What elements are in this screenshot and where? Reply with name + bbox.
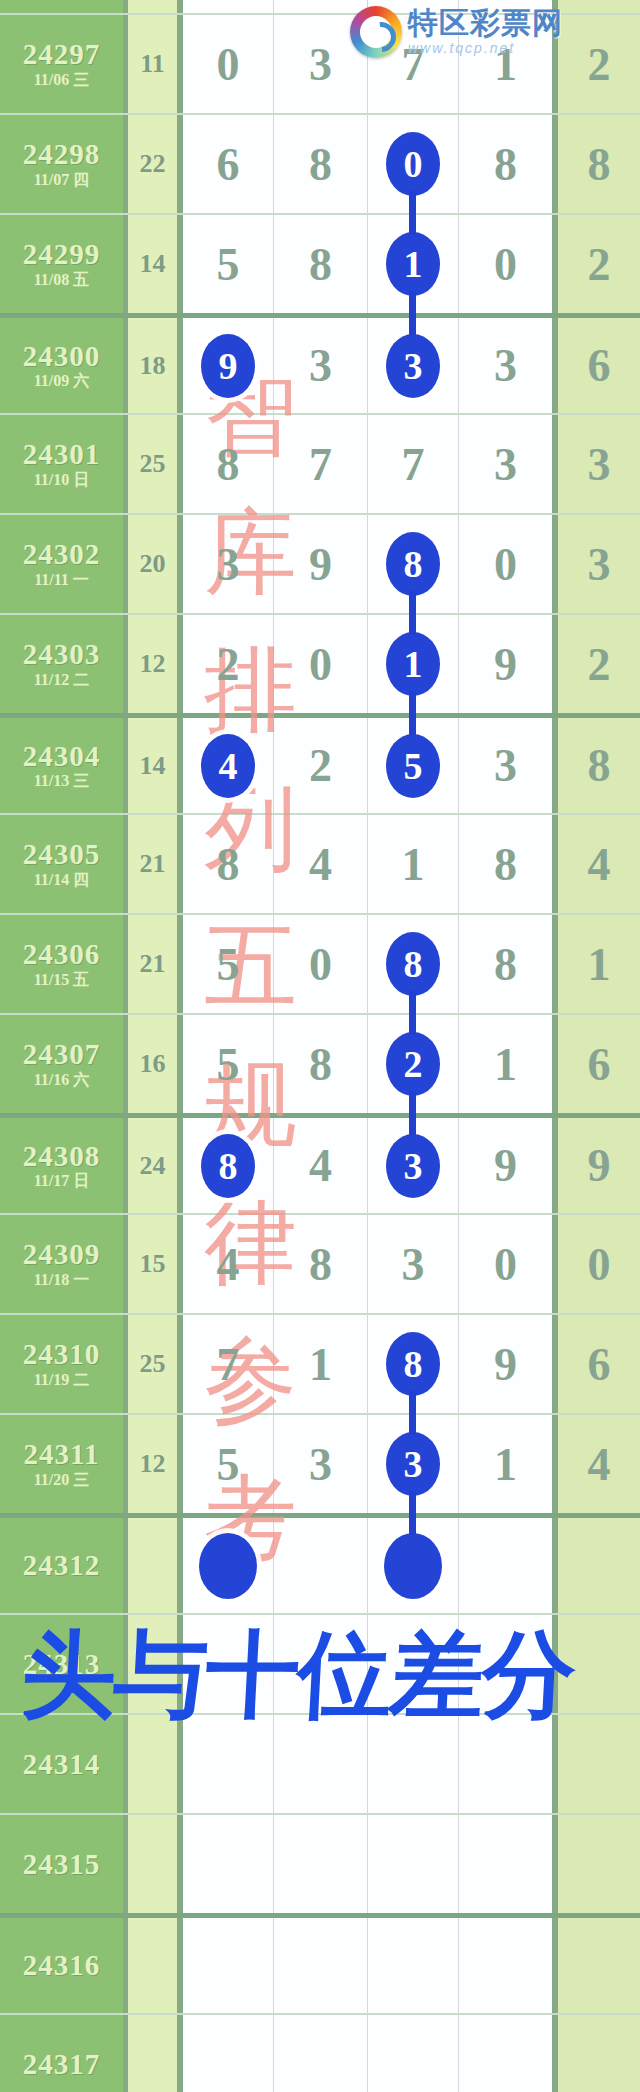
issue-number: 24303 xyxy=(23,639,101,669)
digit: 9 xyxy=(494,1338,517,1391)
digit-cell: 7 xyxy=(183,1315,273,1413)
digit-cell: 3 xyxy=(558,415,640,513)
circled-digit: 3 xyxy=(386,1134,440,1198)
digit: 7 xyxy=(309,438,332,491)
issue-cell: 2430011/09 六 xyxy=(0,318,123,413)
digit-cell: 6 xyxy=(558,1315,640,1413)
digit-cell xyxy=(558,2015,640,2092)
digit: 0 xyxy=(494,238,517,291)
digit-cell: 8 xyxy=(273,1215,367,1313)
digit-cell: 0 xyxy=(458,215,552,313)
issue-number: 24298 xyxy=(23,139,101,169)
digit: 4 xyxy=(309,1139,332,1192)
sum-cell xyxy=(128,2015,177,2092)
circled-digit: 0 xyxy=(386,132,440,196)
issue-cell: 2429811/07 四 xyxy=(0,115,123,213)
sum-cell: 21 xyxy=(128,815,177,913)
sum-cell: 20 xyxy=(128,515,177,613)
digit: 6 xyxy=(588,339,611,392)
digit: 0 xyxy=(309,638,332,691)
table-row: 2430511/14 四2184184 xyxy=(0,813,640,913)
digit: 9 xyxy=(309,538,332,591)
issue-cell: 2431111/20 三 xyxy=(0,1415,123,1513)
digit-cell xyxy=(273,1518,367,1613)
marker-dot xyxy=(199,1533,257,1599)
lottery-trend-chart: 2429711/06 三11037122429811/07 四226808824… xyxy=(0,0,640,2092)
table-row: 2430411/13 三1442538 xyxy=(0,713,640,813)
draw-date: 11/15 五 xyxy=(34,972,90,989)
table-row: 2431111/20 三1253314 xyxy=(0,1413,640,1513)
digit: 1 xyxy=(309,1338,332,1391)
digit-cell: 0 xyxy=(458,515,552,613)
digit: 8 xyxy=(494,138,517,191)
digit-cell: 9 xyxy=(183,318,273,413)
digit-cell: 5 xyxy=(183,915,273,1013)
digit-cell: 8 xyxy=(558,115,640,213)
sum-cell xyxy=(128,1815,177,1913)
digit-cell: 3 xyxy=(273,1415,367,1513)
headline: 头与十位差分 xyxy=(19,1612,578,1739)
draw-date: 11/06 三 xyxy=(34,72,90,89)
digit-cell: 2 xyxy=(183,615,273,713)
chart-table: 2429711/06 三11037122429811/07 四226808824… xyxy=(0,0,640,2092)
issue-cell: 2429911/08 五 xyxy=(0,215,123,313)
digit: 8 xyxy=(309,138,332,191)
table-row: 24316 xyxy=(0,1913,640,2013)
digit: 5 xyxy=(217,938,240,991)
table-row: 2430611/15 五2150881 xyxy=(0,913,640,1013)
table-row: 2430311/12 二1220192 xyxy=(0,613,640,713)
digit-cell: 1 xyxy=(367,815,458,913)
digit-cell xyxy=(558,0,640,13)
digit-cell xyxy=(183,2015,273,2092)
table-row: 2430111/10 日2587733 xyxy=(0,413,640,513)
circled-digit: 5 xyxy=(386,734,440,798)
issue-number: 24301 xyxy=(23,439,101,469)
draw-date: 11/07 四 xyxy=(34,172,90,189)
digit: 9 xyxy=(494,638,517,691)
connector-line xyxy=(409,1491,416,1535)
logo-url: www.tqcp.net xyxy=(408,40,563,56)
issue-cell xyxy=(0,0,123,13)
issue-cell: 2430311/12 二 xyxy=(0,615,123,713)
digit-cell xyxy=(558,1815,640,1913)
digit: 0 xyxy=(588,1238,611,1291)
issue-number: 24311 xyxy=(24,1439,100,1469)
digit-cell xyxy=(273,1815,367,1913)
digit-cell: 0 xyxy=(273,615,367,713)
issue-number: 24304 xyxy=(23,741,101,771)
digit-cell xyxy=(458,1815,552,1913)
digit: 6 xyxy=(588,1338,611,1391)
sum-cell xyxy=(128,1518,177,1613)
digit-cell: 4 xyxy=(273,815,367,913)
circled-digit: 8 xyxy=(201,1134,255,1198)
connector-line xyxy=(409,591,416,635)
table-row: 2429811/07 四2268088 xyxy=(0,113,640,213)
digit-cell: 3 xyxy=(367,1215,458,1313)
digit: 0 xyxy=(494,538,517,591)
issue-number: 24309 xyxy=(23,1239,101,1269)
digit-cell: 9 xyxy=(558,1118,640,1213)
digit: 4 xyxy=(309,838,332,891)
logo-swirl-icon xyxy=(350,6,402,58)
digit-cell: 2 xyxy=(558,15,640,113)
issue-cell: 2430811/17 日 xyxy=(0,1118,123,1213)
digit-cell: 5 xyxy=(183,215,273,313)
digit-cell: 9 xyxy=(273,515,367,613)
digit: 1 xyxy=(588,938,611,991)
digit: 8 xyxy=(494,938,517,991)
issue-number: 24312 xyxy=(23,1550,101,1580)
digit: 2 xyxy=(588,38,611,91)
issue-number: 24307 xyxy=(23,1039,101,1069)
digit-cell: 8 xyxy=(458,115,552,213)
circled-digit: 2 xyxy=(386,1032,440,1096)
sum-cell xyxy=(128,1918,177,2013)
sum-cell: 22 xyxy=(128,115,177,213)
site-logo: 特区彩票网 www.tqcp.net xyxy=(350,6,563,58)
issue-cell: 24316 xyxy=(0,1918,123,2013)
issue-number: 24302 xyxy=(23,539,101,569)
sum-cell: 12 xyxy=(128,615,177,713)
sum-cell: 25 xyxy=(128,1315,177,1413)
digit-cell: 6 xyxy=(183,115,273,213)
connector-line xyxy=(409,1091,416,1135)
draw-date: 11/12 二 xyxy=(34,672,90,689)
digit-cell xyxy=(273,1918,367,2013)
table-row: 2430211/11 一2039803 xyxy=(0,513,640,613)
digit: 4 xyxy=(217,1238,240,1291)
logo-text-block: 特区彩票网 www.tqcp.net xyxy=(408,6,563,56)
issue-number: 24297 xyxy=(23,39,101,69)
digit: 8 xyxy=(309,1038,332,1091)
draw-date: 11/13 三 xyxy=(34,773,90,790)
sum-cell: 12 xyxy=(128,1415,177,1513)
circled-digit: 1 xyxy=(386,632,440,696)
digit-cell: 6 xyxy=(558,1015,640,1113)
issue-number: 24314 xyxy=(23,1749,101,1779)
digit: 7 xyxy=(217,1338,240,1391)
digit-cell: 3 xyxy=(458,415,552,513)
issue-cell: 2431011/19 二 xyxy=(0,1315,123,1413)
digit: 2 xyxy=(588,638,611,691)
connector-line xyxy=(409,291,416,335)
issue-cell: 2430411/13 三 xyxy=(0,718,123,813)
digit: 3 xyxy=(494,339,517,392)
connector-line xyxy=(409,191,416,235)
logo-title: 特区彩票网 xyxy=(408,6,563,39)
table-row: 24312 xyxy=(0,1513,640,1613)
digit-cell: 3 xyxy=(558,515,640,613)
digit-cell: 1 xyxy=(558,915,640,1013)
digit: 6 xyxy=(588,1038,611,1091)
digit: 8 xyxy=(588,138,611,191)
table-row: 24317 xyxy=(0,2013,640,2092)
table-row: 2430811/17 日2484399 xyxy=(0,1113,640,1213)
digit-cell xyxy=(458,2015,552,2092)
digit: 0 xyxy=(494,1238,517,1291)
sum-cell: 14 xyxy=(128,718,177,813)
digit: 8 xyxy=(309,238,332,291)
issue-number: 24317 xyxy=(23,2049,101,2079)
digit: 1 xyxy=(494,1438,517,1491)
digit: 3 xyxy=(309,1438,332,1491)
digit: 8 xyxy=(217,838,240,891)
connector-line xyxy=(409,991,416,1035)
draw-date: 11/18 一 xyxy=(34,1272,90,1289)
digit-cell: 8 xyxy=(183,1118,273,1213)
circled-digit: 8 xyxy=(386,932,440,996)
sum-cell: 18 xyxy=(128,318,177,413)
draw-date: 11/16 六 xyxy=(34,1072,90,1089)
circled-digit: 8 xyxy=(386,532,440,596)
digit-cell: 3 xyxy=(458,318,552,413)
issue-cell: 2430611/15 五 xyxy=(0,915,123,1013)
marker-dot xyxy=(384,1533,442,1599)
issue-number: 24299 xyxy=(23,239,101,269)
digit: 3 xyxy=(217,538,240,591)
digit-cell xyxy=(183,0,273,13)
draw-date: 11/08 五 xyxy=(34,272,90,289)
digit: 8 xyxy=(309,1238,332,1291)
digit-cell: 8 xyxy=(273,215,367,313)
circled-digit: 4 xyxy=(201,734,255,798)
sum-cell: 11 xyxy=(128,15,177,113)
digit: 9 xyxy=(588,1139,611,1192)
digit-cell: 7 xyxy=(273,415,367,513)
digit: 7 xyxy=(402,438,425,491)
issue-cell: 2430111/10 日 xyxy=(0,415,123,513)
digit-cell xyxy=(183,1518,273,1613)
digit-cell: 8 xyxy=(273,1015,367,1113)
digit-cell xyxy=(558,1518,640,1613)
issue-number: 24310 xyxy=(23,1339,101,1369)
table-row: 2429911/08 五1458102 xyxy=(0,213,640,313)
sum-cell: 16 xyxy=(128,1015,177,1113)
connector-line xyxy=(409,1391,416,1435)
digit-cell: 4 xyxy=(183,718,273,813)
digit-cell: 2 xyxy=(273,718,367,813)
digit-cell: 2 xyxy=(558,215,640,313)
issue-cell: 2430211/11 一 xyxy=(0,515,123,613)
digit: 3 xyxy=(588,438,611,491)
digit-cell: 0 xyxy=(183,15,273,113)
digit: 3 xyxy=(494,438,517,491)
digit-cell: 8 xyxy=(183,415,273,513)
digit-cell: 8 xyxy=(273,115,367,213)
table-row: 2430911/18 一1548300 xyxy=(0,1213,640,1313)
digit: 3 xyxy=(402,1238,425,1291)
digit: 2 xyxy=(309,739,332,792)
digit: 0 xyxy=(309,938,332,991)
digit-cell: 8 xyxy=(458,915,552,1013)
digit: 3 xyxy=(309,38,332,91)
digit-cell: 3 xyxy=(273,318,367,413)
issue-cell: 2430511/14 四 xyxy=(0,815,123,913)
issue-cell: 2429711/06 三 xyxy=(0,15,123,113)
table-row: 2430011/09 六1893336 xyxy=(0,313,640,413)
digit: 8 xyxy=(494,838,517,891)
digit: 4 xyxy=(588,838,611,891)
issue-number: 24315 xyxy=(23,1849,101,1879)
digit-cell xyxy=(367,1815,458,1913)
issue-cell: 24315 xyxy=(0,1815,123,1913)
digit-cell: 4 xyxy=(558,815,640,913)
digit-cell xyxy=(183,1815,273,1913)
digit-cell: 3 xyxy=(183,515,273,613)
digit: 8 xyxy=(217,438,240,491)
issue-number: 24316 xyxy=(23,1950,101,1980)
digit-cell xyxy=(458,1518,552,1613)
table-row: 24315 xyxy=(0,1813,640,1913)
issue-cell: 24312 xyxy=(0,1518,123,1613)
table-row: 2431011/19 二2571896 xyxy=(0,1313,640,1413)
circled-digit: 1 xyxy=(386,232,440,296)
digit-cell: 7 xyxy=(367,415,458,513)
connector-line xyxy=(409,691,416,735)
digit: 3 xyxy=(588,538,611,591)
digit-cell: 3 xyxy=(458,718,552,813)
issue-cell: 2430711/16 六 xyxy=(0,1015,123,1113)
digit: 0 xyxy=(217,38,240,91)
digit: 5 xyxy=(217,1438,240,1491)
draw-date: 11/09 六 xyxy=(34,373,90,390)
circled-digit: 8 xyxy=(386,1332,440,1396)
issue-number: 24308 xyxy=(23,1141,101,1171)
digit-cell xyxy=(367,1918,458,2013)
issue-number: 24300 xyxy=(23,341,101,371)
sum-cell: 24 xyxy=(128,1118,177,1213)
sum-cell: 15 xyxy=(128,1215,177,1313)
issue-cell: 2430911/18 一 xyxy=(0,1215,123,1313)
digit-cell: 0 xyxy=(458,1215,552,1313)
digit: 5 xyxy=(217,1038,240,1091)
issue-number: 24305 xyxy=(23,839,101,869)
digit: 5 xyxy=(217,238,240,291)
digit-cell: 0 xyxy=(273,915,367,1013)
sum-cell: 14 xyxy=(128,215,177,313)
sum-cell xyxy=(128,0,177,13)
digit: 9 xyxy=(494,1139,517,1192)
digit: 1 xyxy=(402,838,425,891)
digit-cell: 8 xyxy=(558,718,640,813)
circled-digit: 3 xyxy=(386,1432,440,1496)
issue-cell: 24317 xyxy=(0,2015,123,2092)
draw-date: 11/11 一 xyxy=(34,572,89,589)
draw-date: 11/19 二 xyxy=(34,1372,90,1389)
digit-cell: 0 xyxy=(558,1215,640,1313)
digit-cell: 1 xyxy=(458,1015,552,1113)
digit-cell: 9 xyxy=(458,1118,552,1213)
draw-date: 11/20 三 xyxy=(34,1472,90,1489)
digit-cell: 4 xyxy=(183,1215,273,1313)
digit-cell: 1 xyxy=(273,1315,367,1413)
draw-date: 11/10 日 xyxy=(34,472,90,489)
digit: 3 xyxy=(309,339,332,392)
digit-cell xyxy=(458,1918,552,2013)
digit-cell: 2 xyxy=(558,615,640,713)
digit-cell: 8 xyxy=(458,815,552,913)
issue-number: 24306 xyxy=(23,939,101,969)
digit-cell: 9 xyxy=(458,615,552,713)
digit: 2 xyxy=(217,638,240,691)
circled-digit: 9 xyxy=(201,334,255,398)
digit: 8 xyxy=(588,739,611,792)
digit: 3 xyxy=(494,739,517,792)
digit-cell: 9 xyxy=(458,1315,552,1413)
digit: 1 xyxy=(494,1038,517,1091)
digit-cell xyxy=(273,2015,367,2092)
sum-cell: 25 xyxy=(128,415,177,513)
digit-cell: 6 xyxy=(558,318,640,413)
digit: 2 xyxy=(588,238,611,291)
digit-cell: 5 xyxy=(183,1015,273,1113)
table-row: 2430711/16 六1658216 xyxy=(0,1013,640,1113)
digit-cell xyxy=(558,1918,640,2013)
circled-digit: 3 xyxy=(386,334,440,398)
digit-cell: 5 xyxy=(183,1415,273,1513)
digit-cell: 4 xyxy=(273,1118,367,1213)
digit-cell: 8 xyxy=(183,815,273,913)
draw-date: 11/17 日 xyxy=(34,1173,90,1190)
digit-cell: 4 xyxy=(558,1415,640,1513)
digit: 4 xyxy=(588,1438,611,1491)
digit: 6 xyxy=(217,138,240,191)
digit-cell: 1 xyxy=(458,1415,552,1513)
digit-cell xyxy=(367,2015,458,2092)
draw-date: 11/14 四 xyxy=(34,872,90,889)
sum-cell: 21 xyxy=(128,915,177,1013)
digit-cell xyxy=(183,1918,273,2013)
